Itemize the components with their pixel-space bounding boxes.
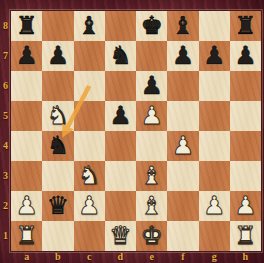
piece-black-pawn[interactable]: ♟: [203, 43, 225, 68]
square-c8[interactable]: ♝: [74, 11, 105, 41]
square-h1[interactable]: ♜: [230, 221, 261, 251]
square-a5[interactable]: [11, 101, 42, 131]
square-b1[interactable]: [42, 221, 73, 251]
piece-black-rook[interactable]: ♜: [15, 13, 37, 38]
square-b6[interactable]: [42, 71, 73, 101]
piece-black-bishop[interactable]: ♝: [78, 13, 100, 38]
file-label-e: e: [136, 251, 167, 263]
square-b4[interactable]: ♞: [42, 131, 73, 161]
rank-label-8: 8: [0, 11, 11, 41]
square-g2[interactable]: ♟: [199, 191, 230, 221]
square-h6[interactable]: [230, 71, 261, 101]
piece-black-pawn[interactable]: ♟: [109, 103, 131, 128]
piece-black-pawn[interactable]: ♟: [47, 43, 69, 68]
piece-white-queen[interactable]: ♛: [109, 223, 131, 248]
piece-white-pawn[interactable]: ♟: [140, 103, 162, 128]
rank-label-7: 7: [0, 41, 11, 71]
piece-white-pawn[interactable]: ♟: [234, 193, 256, 218]
square-g4[interactable]: [199, 131, 230, 161]
square-a7[interactable]: ♟: [11, 41, 42, 71]
square-a8[interactable]: ♜: [11, 11, 42, 41]
piece-white-pawn[interactable]: ♟: [15, 193, 37, 218]
chess-board-frame: 87654321 ♜♝♚♝♜♟♟♞♟♟♟♟♞♟♟♞♟♞♝♟♛♟♝♟♟♜♛♚♜ a…: [0, 0, 264, 263]
square-d1[interactable]: ♛: [105, 221, 136, 251]
piece-white-rook[interactable]: ♜: [234, 223, 256, 248]
square-a3[interactable]: [11, 161, 42, 191]
rank-label-4: 4: [0, 131, 11, 161]
square-d4[interactable]: [105, 131, 136, 161]
file-label-f: f: [167, 251, 198, 263]
square-f7[interactable]: ♟: [167, 41, 198, 71]
square-g1[interactable]: [199, 221, 230, 251]
square-f2[interactable]: [167, 191, 198, 221]
square-f4[interactable]: ♟: [167, 131, 198, 161]
rank-labels: 87654321: [0, 11, 11, 251]
piece-black-pawn[interactable]: ♟: [140, 73, 162, 98]
square-h5[interactable]: [230, 101, 261, 131]
file-label-g: g: [199, 251, 230, 263]
file-label-a: a: [11, 251, 42, 263]
piece-black-pawn[interactable]: ♟: [15, 43, 37, 68]
square-g5[interactable]: [199, 101, 230, 131]
piece-white-bishop[interactable]: ♝: [140, 163, 162, 188]
square-e5[interactable]: ♟: [136, 101, 167, 131]
square-f5[interactable]: [167, 101, 198, 131]
piece-black-king[interactable]: ♚: [140, 13, 162, 38]
square-g3[interactable]: [199, 161, 230, 191]
square-e6[interactable]: ♟: [136, 71, 167, 101]
file-label-c: c: [74, 251, 105, 263]
file-label-h: h: [230, 251, 261, 263]
square-e8[interactable]: ♚: [136, 11, 167, 41]
chess-board: ♜♝♚♝♜♟♟♞♟♟♟♟♞♟♟♞♟♞♝♟♛♟♝♟♟♜♛♚♜: [11, 11, 261, 251]
square-a6[interactable]: [11, 71, 42, 101]
square-e7[interactable]: [136, 41, 167, 71]
piece-black-pawn[interactable]: ♟: [234, 43, 256, 68]
piece-black-pawn[interactable]: ♟: [172, 43, 194, 68]
square-d2[interactable]: [105, 191, 136, 221]
rank-label-3: 3: [0, 161, 11, 191]
piece-white-pawn[interactable]: ♟: [78, 193, 100, 218]
rank-label-1: 1: [0, 221, 11, 251]
square-b2[interactable]: ♛: [42, 191, 73, 221]
piece-black-rook[interactable]: ♜: [234, 13, 256, 38]
file-label-d: d: [105, 251, 136, 263]
file-label-b: b: [42, 251, 73, 263]
square-f8[interactable]: ♝: [167, 11, 198, 41]
square-b5[interactable]: ♞: [42, 101, 73, 131]
square-b8[interactable]: [42, 11, 73, 41]
piece-white-rook[interactable]: ♜: [15, 223, 37, 248]
square-h3[interactable]: [230, 161, 261, 191]
square-h2[interactable]: ♟: [230, 191, 261, 221]
square-e1[interactable]: ♚: [136, 221, 167, 251]
square-f1[interactable]: [167, 221, 198, 251]
square-e4[interactable]: [136, 131, 167, 161]
square-a2[interactable]: ♟: [11, 191, 42, 221]
piece-black-queen[interactable]: ♛: [47, 193, 69, 218]
square-c5[interactable]: [74, 101, 105, 131]
square-d7[interactable]: ♞: [105, 41, 136, 71]
square-c1[interactable]: [74, 221, 105, 251]
piece-black-bishop[interactable]: ♝: [172, 13, 194, 38]
square-c4[interactable]: [74, 131, 105, 161]
square-e2[interactable]: ♝: [136, 191, 167, 221]
square-c3[interactable]: ♞: [74, 161, 105, 191]
square-g7[interactable]: ♟: [199, 41, 230, 71]
square-d5[interactable]: ♟: [105, 101, 136, 131]
square-g6[interactable]: [199, 71, 230, 101]
square-a4[interactable]: [11, 131, 42, 161]
square-h7[interactable]: ♟: [230, 41, 261, 71]
rank-label-6: 6: [0, 71, 11, 101]
piece-white-pawn[interactable]: ♟: [203, 193, 225, 218]
square-f3[interactable]: [167, 161, 198, 191]
piece-black-knight[interactable]: ♞: [47, 133, 69, 158]
piece-white-knight[interactable]: ♞: [78, 163, 100, 188]
square-d3[interactable]: [105, 161, 136, 191]
square-d8[interactable]: [105, 11, 136, 41]
square-h4[interactable]: [230, 131, 261, 161]
piece-white-pawn[interactable]: ♟: [172, 133, 194, 158]
square-e3[interactable]: ♝: [136, 161, 167, 191]
square-g8[interactable]: [199, 11, 230, 41]
square-b3[interactable]: [42, 161, 73, 191]
square-f6[interactable]: [167, 71, 198, 101]
file-labels: abcdefgh: [11, 251, 261, 263]
rank-label-5: 5: [0, 101, 11, 131]
square-a1[interactable]: ♜: [11, 221, 42, 251]
piece-white-king[interactable]: ♚: [140, 223, 162, 248]
square-d6[interactable]: [105, 71, 136, 101]
piece-black-knight[interactable]: ♞: [109, 43, 131, 68]
square-c7[interactable]: [74, 41, 105, 71]
square-b7[interactable]: ♟: [42, 41, 73, 71]
square-h8[interactable]: ♜: [230, 11, 261, 41]
rank-label-2: 2: [0, 191, 11, 221]
piece-white-knight[interactable]: ♞: [47, 103, 69, 128]
square-c6[interactable]: [74, 71, 105, 101]
square-c2[interactable]: ♟: [74, 191, 105, 221]
piece-white-bishop[interactable]: ♝: [140, 193, 162, 218]
